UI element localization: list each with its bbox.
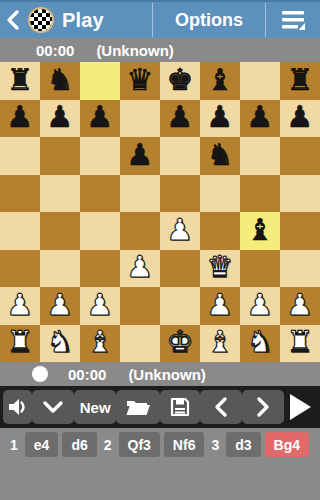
- move-chip[interactable]: e4: [25, 432, 59, 457]
- chessboard-circle-icon: [28, 7, 54, 33]
- square-h7[interactable]: ♟: [280, 100, 320, 138]
- square-c5[interactable]: [80, 175, 120, 213]
- move-chip[interactable]: d3: [226, 432, 260, 457]
- square-f5[interactable]: [200, 175, 240, 213]
- square-a7[interactable]: ♟: [0, 100, 40, 138]
- white-pawn-a2: ♟: [7, 290, 34, 320]
- square-e5[interactable]: [160, 175, 200, 213]
- square-h6[interactable]: [280, 137, 320, 175]
- toolbar: New: [0, 386, 320, 428]
- black-pawn-d6: ♟: [127, 140, 154, 170]
- square-d2[interactable]: [120, 287, 160, 325]
- square-a6[interactable]: [0, 137, 40, 175]
- black-bishop-f8: ♝: [207, 65, 234, 95]
- square-c8[interactable]: [80, 62, 120, 100]
- square-d4[interactable]: [120, 212, 160, 250]
- square-b8[interactable]: ♞: [40, 62, 80, 100]
- square-e7[interactable]: ♟: [160, 100, 200, 138]
- square-f3[interactable]: ♛: [200, 250, 240, 288]
- autoplay-button[interactable]: [284, 388, 317, 426]
- back-chevron-icon: [6, 9, 20, 31]
- move-chip[interactable]: d6: [62, 432, 96, 457]
- chevron-right-icon: [256, 396, 270, 418]
- square-g4[interactable]: ♝: [240, 212, 280, 250]
- white-pawn-d3: ♟: [127, 252, 154, 282]
- square-g6[interactable]: [240, 137, 280, 175]
- square-b4[interactable]: [40, 212, 80, 250]
- black-rook-h8: ♜: [287, 65, 314, 95]
- menu-button[interactable]: [266, 2, 320, 38]
- black-pawn-f7: ♟: [207, 102, 234, 132]
- square-e4[interactable]: ♟: [160, 212, 200, 250]
- square-h3[interactable]: [280, 250, 320, 288]
- square-a1[interactable]: ♜: [0, 325, 40, 363]
- square-d8[interactable]: ♛: [120, 62, 160, 100]
- white-pawn-e4: ♟: [167, 215, 194, 245]
- black-knight-f6: ♞: [207, 140, 234, 170]
- chevron-left-icon: [214, 396, 228, 418]
- square-b1[interactable]: ♞: [40, 325, 80, 363]
- header: Play Options: [0, 0, 320, 38]
- square-g3[interactable]: [240, 250, 280, 288]
- white-turn-indicator-icon: [32, 366, 48, 382]
- step-forward-button[interactable]: [242, 390, 284, 424]
- square-g8[interactable]: [240, 62, 280, 100]
- black-pawn-a7: ♟: [7, 102, 34, 132]
- square-f4[interactable]: [200, 212, 240, 250]
- move-chip[interactable]: Qf3: [119, 432, 160, 457]
- back-button[interactable]: [2, 2, 24, 38]
- square-a8[interactable]: ♜: [0, 62, 40, 100]
- square-a2[interactable]: ♟: [0, 287, 40, 325]
- square-h2[interactable]: ♟: [280, 287, 320, 325]
- square-c4[interactable]: [80, 212, 120, 250]
- white-status-bar: 00:00 (Unknown): [0, 362, 320, 386]
- square-c2[interactable]: ♟: [80, 287, 120, 325]
- black-pawn-b7: ♟: [47, 102, 74, 132]
- white-clock: 00:00: [68, 366, 106, 383]
- square-e6[interactable]: [160, 137, 200, 175]
- speaker-icon: [7, 396, 29, 418]
- step-back-button[interactable]: [200, 390, 242, 424]
- black-king-e8: ♚: [167, 65, 194, 95]
- floppy-disk-icon: [169, 396, 191, 418]
- square-b6[interactable]: [40, 137, 80, 175]
- white-pawn-f2: ♟: [207, 290, 234, 320]
- square-d1[interactable]: [120, 325, 160, 363]
- black-rook-a8: ♜: [7, 65, 34, 95]
- square-d3[interactable]: ♟: [120, 250, 160, 288]
- square-g2[interactable]: ♟: [240, 287, 280, 325]
- white-pawn-h2: ♟: [287, 290, 314, 320]
- square-d5[interactable]: [120, 175, 160, 213]
- square-g1[interactable]: ♞: [240, 325, 280, 363]
- white-pawn-g2: ♟: [247, 290, 274, 320]
- square-h1[interactable]: ♜: [280, 325, 320, 363]
- square-e3[interactable]: [160, 250, 200, 288]
- black-pawn-h7: ♟: [287, 102, 314, 132]
- square-d7[interactable]: [120, 100, 160, 138]
- black-status-bar: 00:00 (Unknown): [0, 38, 320, 62]
- open-button[interactable]: [116, 390, 160, 424]
- white-knight-b1: ♞: [47, 327, 74, 357]
- square-c1[interactable]: ♝: [80, 325, 120, 363]
- move-number: 1: [5, 432, 23, 457]
- folder-icon: [125, 397, 151, 417]
- white-rook-h1: ♜: [287, 327, 314, 357]
- move-chip[interactable]: Nf6: [164, 432, 205, 457]
- white-pawn-c2: ♟: [87, 290, 114, 320]
- new-game-button[interactable]: New: [74, 390, 116, 424]
- move-chip-current[interactable]: Bg4: [265, 432, 309, 457]
- hamburger-menu-icon: [280, 9, 306, 31]
- collapse-button[interactable]: [32, 390, 74, 424]
- black-bishop-g4: ♝: [247, 215, 274, 245]
- white-player-name: (Unknown): [128, 366, 205, 383]
- square-f1[interactable]: ♝: [200, 325, 240, 363]
- white-bishop-c1: ♝: [87, 327, 114, 357]
- options-button[interactable]: Options: [153, 2, 265, 38]
- play-icon: [287, 392, 313, 422]
- square-e2[interactable]: [160, 287, 200, 325]
- white-king-e1: ♚: [167, 327, 194, 357]
- save-button[interactable]: [160, 390, 200, 424]
- black-pawn-e7: ♟: [167, 102, 194, 132]
- move-list-bar: 1e4d62Qf3Nf63d3Bg4: [0, 428, 320, 500]
- black-pawn-c7: ♟: [87, 102, 114, 132]
- move-list: 1e4d62Qf3Nf63d3Bg4: [5, 432, 320, 457]
- square-f6[interactable]: ♞: [200, 137, 240, 175]
- black-knight-b8: ♞: [47, 65, 74, 95]
- page-title: Play: [62, 9, 104, 32]
- square-h8[interactable]: ♜: [280, 62, 320, 100]
- chess-app: Play Options 00:00 (Unknown) ♜♞♛♚♝♜♟♟♟♟♟…: [0, 0, 320, 500]
- square-c6[interactable]: [80, 137, 120, 175]
- square-d6[interactable]: ♟: [120, 137, 160, 175]
- white-queen-f3: ♛: [207, 252, 234, 282]
- square-f8[interactable]: ♝: [200, 62, 240, 100]
- square-a3[interactable]: [0, 250, 40, 288]
- square-c7[interactable]: ♟: [80, 100, 120, 138]
- square-f2[interactable]: ♟: [200, 287, 240, 325]
- black-pawn-g7: ♟: [247, 102, 274, 132]
- white-rook-a1: ♜: [7, 327, 34, 357]
- square-c3[interactable]: [80, 250, 120, 288]
- chevron-down-icon: [42, 400, 64, 414]
- square-b2[interactable]: ♟: [40, 287, 80, 325]
- white-bishop-f1: ♝: [207, 327, 234, 357]
- white-pawn-b2: ♟: [47, 290, 74, 320]
- black-queen-d8: ♛: [127, 65, 154, 95]
- square-h5[interactable]: [280, 175, 320, 213]
- sound-button[interactable]: [3, 390, 32, 424]
- move-number: 2: [99, 432, 117, 457]
- square-f7[interactable]: ♟: [200, 100, 240, 138]
- chess-board[interactable]: ♜♞♛♚♝♜♟♟♟♟♟♟♟♟♞♟♝♟♛♟♟♟♟♟♟♜♞♝♚♝♞♜: [0, 62, 320, 362]
- square-e8[interactable]: ♚: [160, 62, 200, 100]
- square-g5[interactable]: [240, 175, 280, 213]
- square-a5[interactable]: [0, 175, 40, 213]
- move-number: 3: [206, 432, 224, 457]
- square-e1[interactable]: ♚: [160, 325, 200, 363]
- black-player-name: (Unknown): [96, 42, 173, 59]
- white-knight-g1: ♞: [247, 327, 274, 357]
- square-b7[interactable]: ♟: [40, 100, 80, 138]
- black-clock: 00:00: [36, 42, 74, 59]
- square-a4[interactable]: [0, 212, 40, 250]
- square-g7[interactable]: ♟: [240, 100, 280, 138]
- square-b3[interactable]: [40, 250, 80, 288]
- square-b5[interactable]: [40, 175, 80, 213]
- square-h4[interactable]: [280, 212, 320, 250]
